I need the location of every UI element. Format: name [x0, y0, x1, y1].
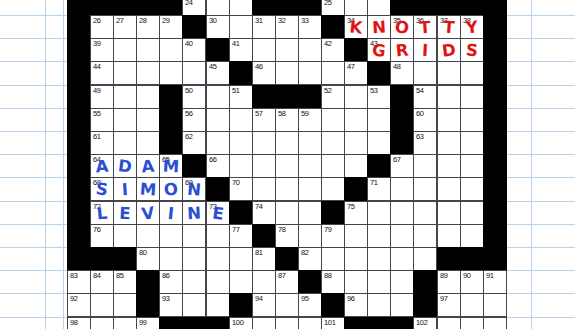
- cell-r3-c6[interactable]: 45: [206, 61, 230, 85]
- cell-r7-c9[interactable]: [275, 154, 299, 178]
- cell-r10-c11[interactable]: 79: [321, 224, 345, 248]
- cell-r13-c8[interactable]: 94: [252, 293, 276, 317]
- clue-number-39: 39: [93, 40, 101, 48]
- cell-r11-c14[interactable]: [390, 247, 414, 271]
- cell-r14-c8[interactable]: [252, 317, 276, 329]
- cell-r11-c10[interactable]: 82: [298, 247, 322, 271]
- cell-r5-c10[interactable]: 59: [298, 108, 322, 132]
- cell-r12-c12[interactable]: [344, 270, 368, 294]
- cell-r6-c11[interactable]: [321, 131, 345, 155]
- cell-r4-c17[interactable]: [460, 85, 484, 109]
- cell-r3-c11[interactable]: [321, 61, 345, 85]
- cell-r11-c5[interactable]: [182, 247, 206, 271]
- black-cell-r7-c0: [67, 154, 91, 178]
- cell-r9-c10[interactable]: [298, 201, 322, 225]
- cell-r0-c7[interactable]: [229, 0, 253, 16]
- cell-r2-c11[interactable]: 42: [321, 38, 345, 62]
- cell-r7-c16[interactable]: [437, 154, 461, 178]
- clue-number-52: 52: [324, 87, 332, 95]
- cell-r13-c2[interactable]: [113, 293, 137, 317]
- cell-r4-c12[interactable]: [344, 85, 368, 109]
- cell-r13-c12[interactable]: 96: [344, 293, 368, 317]
- cell-r13-c13[interactable]: [367, 293, 391, 317]
- cell-r14-c1[interactable]: [90, 317, 114, 329]
- clue-number-97: 97: [440, 295, 448, 303]
- black-cell-r14-c13: [367, 317, 391, 329]
- cell-r2-c15[interactable]: I: [413, 38, 437, 62]
- cell-r3-c17[interactable]: [460, 61, 484, 85]
- black-cell-r0-c0: [67, 0, 91, 16]
- cell-r9-c14[interactable]: [390, 201, 414, 225]
- cell-r13-c5[interactable]: [182, 293, 206, 317]
- clue-number-48: 48: [393, 63, 401, 71]
- handwritten-letter-Y: Y: [460, 17, 484, 38]
- cell-r9-c8[interactable]: 74: [252, 201, 276, 225]
- cell-r10-c2[interactable]: [113, 224, 137, 248]
- cell-r11-c7[interactable]: [229, 247, 253, 271]
- cell-r8-c13[interactable]: 71: [367, 177, 391, 201]
- cell-r9-c6[interactable]: 73E: [206, 201, 230, 225]
- cell-r4-c1[interactable]: 49: [90, 85, 114, 109]
- clue-number-75: 75: [347, 203, 355, 211]
- cell-r5-c7[interactable]: [229, 108, 253, 132]
- black-cell-r4-c10: [298, 85, 322, 109]
- black-cell-r13-c11: [321, 293, 345, 317]
- cell-r12-c7[interactable]: [229, 270, 253, 294]
- cell-r1-c10[interactable]: 33: [298, 15, 322, 39]
- cell-r7-c1[interactable]: 64A: [90, 154, 114, 178]
- cell-r1-c14[interactable]: 35O: [390, 15, 414, 39]
- cell-r7-c12[interactable]: [344, 154, 368, 178]
- black-cell-r9-c0: [67, 201, 91, 225]
- handwritten-letter-A: A: [90, 156, 113, 176]
- black-cell-r9-c18: [483, 201, 507, 225]
- handwritten-letter-T: T: [413, 17, 436, 37]
- clue-number-90: 90: [463, 272, 471, 280]
- black-cell-r4-c18: [483, 85, 507, 109]
- cell-r10-c10[interactable]: [298, 224, 322, 248]
- cell-r9-c1[interactable]: 72L: [90, 201, 114, 225]
- cell-r0-c13[interactable]: [367, 0, 391, 16]
- cell-r10-c15[interactable]: [413, 224, 437, 248]
- cell-r8-c7[interactable]: 70: [229, 177, 253, 201]
- cell-r2-c1[interactable]: 39: [90, 38, 114, 62]
- cell-r5-c5[interactable]: 56: [182, 108, 206, 132]
- cell-r2-c10[interactable]: [298, 38, 322, 62]
- cell-r14-c9[interactable]: [275, 317, 299, 329]
- clue-number-61: 61: [93, 133, 101, 141]
- cell-r10-c1[interactable]: 76: [90, 224, 114, 248]
- cell-r8-c17[interactable]: [460, 177, 484, 201]
- cell-r9-c2[interactable]: E: [113, 201, 137, 225]
- cell-r11-c6[interactable]: [206, 247, 230, 271]
- cell-r6-c10[interactable]: [298, 131, 322, 155]
- handwritten-letter-E: E: [206, 203, 230, 225]
- cell-r7-c2[interactable]: D: [113, 154, 137, 178]
- black-cell-r2-c12: [344, 38, 368, 62]
- black-cell-r0-c4: [159, 0, 183, 16]
- cell-r8-c1[interactable]: 68S: [90, 177, 114, 201]
- black-cell-r4-c14: [390, 85, 414, 109]
- cell-r11-c11[interactable]: [321, 247, 345, 271]
- black-cell-r4-c9: [275, 85, 299, 109]
- cell-r9-c3[interactable]: V: [136, 201, 160, 225]
- cell-r3-c16[interactable]: [437, 61, 461, 85]
- black-cell-r13-c15: [413, 293, 437, 317]
- cell-r6-c13[interactable]: [367, 131, 391, 155]
- clue-number-60: 60: [416, 110, 424, 118]
- cell-r14-c15[interactable]: 102: [413, 317, 437, 329]
- cell-r7-c15[interactable]: [413, 154, 437, 178]
- handwritten-letter-I: I: [159, 203, 183, 224]
- cell-r2-c4[interactable]: [159, 38, 183, 62]
- cell-r4-c7[interactable]: 51: [229, 85, 253, 109]
- cell-r11-c15[interactable]: [413, 247, 437, 271]
- cell-r3-c8[interactable]: 46: [252, 61, 276, 85]
- cell-r3-c2[interactable]: [113, 61, 137, 85]
- cell-r10-c14[interactable]: [390, 224, 414, 248]
- cell-r2-c7[interactable]: 41: [229, 38, 253, 62]
- black-cell-r1-c18: [483, 15, 507, 39]
- cell-r2-c14[interactable]: R: [390, 38, 414, 62]
- cell-r7-c6[interactable]: 66: [206, 154, 230, 178]
- cell-r5-c13[interactable]: [367, 108, 391, 132]
- cell-r1-c6[interactable]: 30: [206, 15, 230, 39]
- cell-r2-c16[interactable]: D: [437, 38, 461, 62]
- cell-r12-c6[interactable]: [206, 270, 230, 294]
- cell-r8-c9[interactable]: [275, 177, 299, 201]
- clue-number-74: 74: [255, 203, 263, 211]
- cell-r14-c3[interactable]: 99: [136, 317, 160, 329]
- cell-r6-c15[interactable]: 63: [413, 131, 437, 155]
- clue-number-58: 58: [278, 110, 286, 118]
- cell-r1-c16[interactable]: 37T: [437, 15, 461, 39]
- cell-r12-c2[interactable]: 85: [113, 270, 137, 294]
- cell-r14-c17[interactable]: [460, 317, 484, 329]
- cell-r2-c13[interactable]: 43G: [367, 38, 391, 62]
- cell-r7-c7[interactable]: [229, 154, 253, 178]
- cell-r6-c8[interactable]: [252, 131, 276, 155]
- cell-r6-c12[interactable]: [344, 131, 368, 155]
- cell-r1-c2[interactable]: 27: [113, 15, 137, 39]
- cell-r12-c14[interactable]: [390, 270, 414, 294]
- cell-r5-c3[interactable]: [136, 108, 160, 132]
- clue-number-51: 51: [232, 87, 240, 95]
- handwritten-letter-M: M: [136, 179, 159, 199]
- cell-r12-c9[interactable]: 87: [275, 270, 299, 294]
- handwritten-letter-E: E: [114, 203, 137, 223]
- black-cell-r0-c10: [298, 0, 322, 16]
- cell-r3-c1[interactable]: 44: [90, 61, 114, 85]
- handwritten-letter-I: I: [414, 40, 437, 60]
- black-cell-r6-c14: [390, 131, 414, 155]
- cell-r12-c0[interactable]: 83: [67, 270, 91, 294]
- cell-r7-c8[interactable]: [252, 154, 276, 178]
- cell-r6-c17[interactable]: [460, 131, 484, 155]
- cell-r5-c1[interactable]: 55: [90, 108, 114, 132]
- cell-r1-c15[interactable]: 36T: [413, 15, 437, 39]
- cell-r3-c14[interactable]: 48: [390, 61, 414, 85]
- cell-r10-c12[interactable]: [344, 224, 368, 248]
- black-cell-r14-c14: [390, 317, 414, 329]
- cell-r0-c6[interactable]: [206, 0, 230, 16]
- cell-r2-c9[interactable]: [275, 38, 299, 62]
- cell-r2-c3[interactable]: [136, 38, 160, 62]
- cell-r6-c2[interactable]: [113, 131, 137, 155]
- handwritten-letter-M: M: [160, 156, 183, 176]
- cell-r6-c5[interactable]: 62: [182, 131, 206, 155]
- cell-r6-c6[interactable]: [206, 131, 230, 155]
- black-cell-r12-c10: [298, 270, 322, 294]
- cell-r12-c8[interactable]: [252, 270, 276, 294]
- cell-r2-c8[interactable]: [252, 38, 276, 62]
- clue-number-63: 63: [416, 133, 424, 141]
- cell-r10-c7[interactable]: 77: [229, 224, 253, 248]
- black-cell-r10-c8: [252, 224, 276, 248]
- cell-r10-c3[interactable]: [136, 224, 160, 248]
- handwritten-letter-I: I: [113, 179, 136, 199]
- handwritten-letter-T: T: [437, 17, 460, 37]
- cell-r13-c10[interactable]: 95: [298, 293, 322, 317]
- cell-r4-c3[interactable]: [136, 85, 160, 109]
- cell-r6-c1[interactable]: 61: [90, 131, 114, 155]
- clue-number-71: 71: [370, 179, 378, 187]
- black-cell-r0-c9: [275, 0, 299, 16]
- clue-number-40: 40: [185, 40, 193, 48]
- cell-r14-c10[interactable]: [298, 317, 322, 329]
- cell-r14-c11[interactable]: 101: [321, 317, 345, 329]
- handwritten-letter-N: N: [182, 179, 206, 200]
- cell-r11-c8[interactable]: 81: [252, 247, 276, 271]
- cell-r11-c4[interactable]: [159, 247, 183, 271]
- clue-number-88: 88: [324, 272, 332, 280]
- clue-number-93: 93: [162, 295, 170, 303]
- cell-r12-c16[interactable]: 89: [437, 270, 461, 294]
- black-cell-r14-c12: [344, 317, 368, 329]
- cell-r2-c2[interactable]: [113, 38, 137, 62]
- cell-r1-c13[interactable]: N: [367, 15, 391, 39]
- cell-r7-c3[interactable]: A: [136, 154, 160, 178]
- cell-r5-c11[interactable]: [321, 108, 345, 132]
- cell-r14-c7[interactable]: 100: [229, 317, 253, 329]
- black-cell-r11-c18: [483, 247, 507, 271]
- clue-number-47: 47: [347, 63, 355, 71]
- cell-r5-c2[interactable]: [113, 108, 137, 132]
- cell-r7-c17[interactable]: [460, 154, 484, 178]
- cell-r12-c4[interactable]: 86: [159, 270, 183, 294]
- cell-r9-c4[interactable]: I: [159, 201, 183, 225]
- cell-r13-c1[interactable]: [90, 293, 114, 317]
- cell-r0-c5[interactable]: 24: [182, 0, 206, 16]
- cell-r10-c16[interactable]: [437, 224, 461, 248]
- cell-r9-c9[interactable]: [275, 201, 299, 225]
- cell-r1-c3[interactable]: 28: [136, 15, 160, 39]
- cell-r6-c16[interactable]: [437, 131, 461, 155]
- cell-r10-c4[interactable]: [159, 224, 183, 248]
- cell-r5-c12[interactable]: [344, 108, 368, 132]
- cell-r4-c15[interactable]: 54: [413, 85, 437, 109]
- cell-r0-c12[interactable]: [344, 0, 368, 16]
- cell-r10-c6[interactable]: [206, 224, 230, 248]
- handwritten-letter-G: G: [367, 40, 391, 62]
- clue-number-32: 32: [278, 17, 286, 25]
- cell-r10-c17[interactable]: [460, 224, 484, 248]
- cell-r13-c6[interactable]: [206, 293, 230, 317]
- cell-r12-c17[interactable]: 90: [460, 270, 484, 294]
- handwritten-letter-A: A: [136, 156, 160, 177]
- cell-r12-c11[interactable]: 88: [321, 270, 345, 294]
- clue-number-67: 67: [393, 156, 401, 164]
- cell-r8-c8[interactable]: [252, 177, 276, 201]
- clue-number-91: 91: [486, 272, 494, 280]
- cell-r7-c11[interactable]: [321, 154, 345, 178]
- cell-r10-c13[interactable]: [367, 224, 391, 248]
- clue-number-101: 101: [324, 319, 336, 327]
- clue-number-95: 95: [301, 295, 309, 303]
- cell-r6-c7[interactable]: [229, 131, 253, 155]
- clue-number-94: 94: [255, 295, 263, 303]
- cell-r8-c10[interactable]: [298, 177, 322, 201]
- cell-r8-c2[interactable]: I: [113, 177, 137, 201]
- cell-r8-c4[interactable]: O: [159, 177, 183, 201]
- black-cell-r6-c0: [67, 131, 91, 155]
- cell-r3-c10[interactable]: [298, 61, 322, 85]
- cell-r14-c0[interactable]: 98: [67, 317, 91, 329]
- handwritten-letter-D: D: [113, 156, 137, 178]
- cell-r9-c12[interactable]: 75: [344, 201, 368, 225]
- black-cell-r13-c7: [229, 293, 253, 317]
- clue-number-54: 54: [416, 87, 424, 95]
- cell-r10-c5[interactable]: [182, 224, 206, 248]
- cell-r14-c18[interactable]: [483, 317, 507, 329]
- cell-r7-c10[interactable]: [298, 154, 322, 178]
- cell-r10-c9[interactable]: 78: [275, 224, 299, 248]
- black-cell-r7-c5: [182, 154, 206, 178]
- cell-r1-c9[interactable]: 32: [275, 15, 299, 39]
- cell-r8-c16[interactable]: [437, 177, 461, 201]
- cell-r5-c8[interactable]: 57: [252, 108, 276, 132]
- clue-number-70: 70: [232, 179, 240, 187]
- cell-r4-c2[interactable]: [113, 85, 137, 109]
- cell-r11-c12[interactable]: [344, 247, 368, 271]
- cell-r13-c0[interactable]: 92: [67, 293, 91, 317]
- cell-r8-c5[interactable]: 69N: [182, 177, 206, 201]
- black-cell-r11-c9: [275, 247, 299, 271]
- cell-r8-c14[interactable]: [390, 177, 414, 201]
- cell-r13-c14[interactable]: [390, 293, 414, 317]
- cell-r13-c9[interactable]: [275, 293, 299, 317]
- handwritten-letter-K: K: [344, 17, 368, 38]
- cell-r8-c11[interactable]: [321, 177, 345, 201]
- cell-r9-c17[interactable]: [460, 201, 484, 225]
- clue-number-84: 84: [93, 272, 101, 280]
- clue-number-24-cut: 24: [185, 0, 193, 7]
- cell-r1-c4[interactable]: 29: [159, 15, 183, 39]
- cell-r11-c3[interactable]: 80: [136, 247, 160, 271]
- cell-r12-c13[interactable]: [367, 270, 391, 294]
- cell-r12-c1[interactable]: 84: [90, 270, 114, 294]
- cell-r5-c9[interactable]: 58: [275, 108, 299, 132]
- clue-number-50: 50: [185, 87, 193, 95]
- black-cell-r3-c18: [483, 61, 507, 85]
- cell-r5-c17[interactable]: [460, 108, 484, 132]
- cell-r9-c13[interactable]: [367, 201, 391, 225]
- clue-number-30: 30: [209, 17, 217, 25]
- cell-r5-c6[interactable]: [206, 108, 230, 132]
- cell-r1-c12[interactable]: 34K: [344, 15, 368, 39]
- cell-r1-c8[interactable]: 31: [252, 15, 276, 39]
- cell-r5-c16[interactable]: [437, 108, 461, 132]
- black-cell-r5-c0: [67, 108, 91, 132]
- clue-number-62: 62: [185, 133, 193, 141]
- clue-number-77: 77: [232, 226, 240, 234]
- cell-r13-c18[interactable]: [483, 293, 507, 317]
- black-cell-r0-c18: [483, 0, 507, 16]
- cell-r8-c15[interactable]: [413, 177, 437, 201]
- cell-r12-c18[interactable]: 91: [483, 270, 507, 294]
- cell-r1-c1[interactable]: 26: [90, 15, 114, 39]
- cell-r0-c11[interactable]: 25: [321, 0, 345, 16]
- cell-r13-c4[interactable]: 93: [159, 293, 183, 317]
- cell-r4-c16[interactable]: [437, 85, 461, 109]
- black-cell-r6-c4: [159, 131, 183, 155]
- cell-r11-c13[interactable]: [367, 247, 391, 271]
- cell-r8-c3[interactable]: M: [136, 177, 160, 201]
- black-cell-r0-c2: [113, 0, 137, 16]
- cell-r2-c17[interactable]: S: [460, 38, 484, 62]
- cell-r3-c3[interactable]: [136, 61, 160, 85]
- clue-number-86: 86: [162, 272, 170, 280]
- cell-r9-c16[interactable]: [437, 201, 461, 225]
- cell-r3-c9[interactable]: [275, 61, 299, 85]
- cell-r9-c15[interactable]: [413, 201, 437, 225]
- cell-r4-c5[interactable]: 50: [182, 85, 206, 109]
- cell-r4-c11[interactable]: 52: [321, 85, 345, 109]
- cell-r3-c12[interactable]: 47: [344, 61, 368, 85]
- cell-r5-c15[interactable]: 60: [413, 108, 437, 132]
- black-cell-r8-c0: [67, 177, 91, 201]
- cell-r12-c5[interactable]: [182, 270, 206, 294]
- black-cell-r10-c18: [483, 224, 507, 248]
- cell-r2-c5[interactable]: 40: [182, 38, 206, 62]
- cell-r9-c5[interactable]: N: [182, 201, 206, 225]
- black-cell-r5-c4: [159, 108, 183, 132]
- black-cell-r14-c4: [159, 317, 183, 329]
- cell-r13-c16[interactable]: 97: [437, 293, 461, 317]
- cell-r1-c17[interactable]: 38Y: [460, 15, 484, 39]
- cell-r13-c17[interactable]: [460, 293, 484, 317]
- cell-r4-c13[interactable]: 53: [367, 85, 391, 109]
- cell-r14-c16[interactable]: [437, 317, 461, 329]
- cell-r6-c3[interactable]: [136, 131, 160, 155]
- cell-r7-c4[interactable]: 65M: [159, 154, 183, 178]
- clue-number-31: 31: [255, 17, 263, 25]
- cell-r3-c5[interactable]: [182, 61, 206, 85]
- handwritten-letter-L: L: [90, 203, 114, 224]
- cell-r6-c9[interactable]: [275, 131, 299, 155]
- cell-r1-c7[interactable]: [229, 15, 253, 39]
- clue-number-102: 102: [416, 319, 428, 327]
- clue-number-44: 44: [93, 63, 101, 71]
- cell-r4-c6[interactable]: [206, 85, 230, 109]
- clue-number-45: 45: [209, 63, 217, 71]
- black-cell-r11-c2: [113, 247, 137, 271]
- cell-r3-c15[interactable]: [413, 61, 437, 85]
- clue-number-83: 83: [70, 272, 78, 280]
- cell-r14-c2[interactable]: [113, 317, 137, 329]
- cell-r7-c14[interactable]: 67: [390, 154, 414, 178]
- cell-r3-c4[interactable]: [159, 61, 183, 85]
